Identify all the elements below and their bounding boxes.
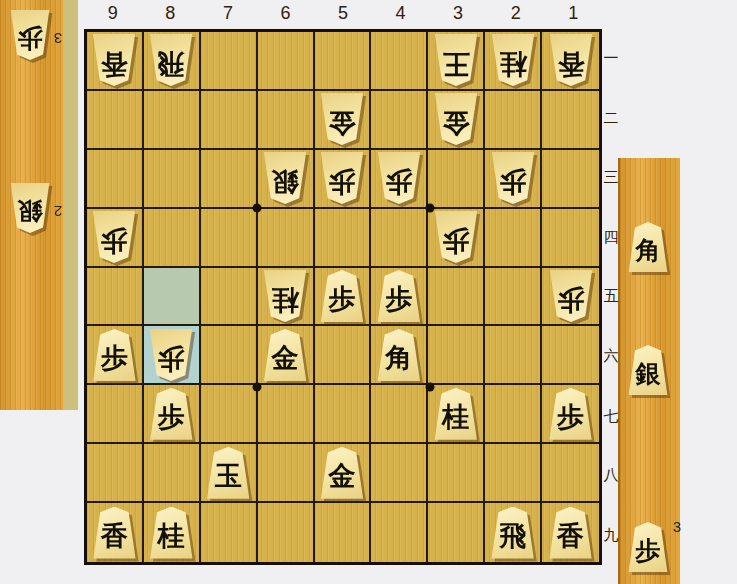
square-1-4[interactable] [542,209,599,268]
square-9-8[interactable] [87,444,144,503]
square-2-8[interactable] [485,444,542,503]
square-2-6[interactable] [485,326,542,385]
file-label-3: 3 [429,3,487,24]
square-4-9[interactable] [371,503,428,562]
piece-sente-桂[interactable]: 桂 [433,388,479,440]
square-1-1[interactable]: 香 [542,32,599,91]
piece-kanji: 銀 [9,183,51,233]
square-3-5[interactable] [428,268,485,327]
piece-kanji: 角 [376,329,422,381]
square-6-1[interactable] [258,32,315,91]
piece-kanji: 歩 [376,152,422,204]
square-5-4[interactable] [315,209,372,268]
piece-kanji: 桂 [148,507,194,559]
square-7-6[interactable] [201,326,258,385]
square-9-9[interactable]: 香 [87,503,144,562]
piece-sente-歩[interactable]: 歩 [376,270,422,322]
rank-label-二: 二 [602,89,620,149]
square-8-9[interactable]: 桂 [144,503,201,562]
square-1-8[interactable] [542,444,599,503]
piece-kanji: 歩 [319,270,365,322]
square-8-8[interactable] [144,444,201,503]
square-4-5[interactable]: 歩 [371,268,428,327]
rank-label-三: 三 [602,148,620,208]
piece-sente-金[interactable]: 金 [319,447,365,499]
square-4-8[interactable] [371,444,428,503]
square-6-9[interactable] [258,503,315,562]
square-1-5[interactable]: 歩 [542,268,599,327]
piece-kanji: 桂 [262,270,308,322]
piece-kanji: 歩 [148,329,194,381]
piece-kanji: 桂 [490,34,536,86]
square-6-4[interactable] [258,209,315,268]
piece-sente-銀[interactable]: 銀 [627,345,669,395]
square-2-5[interactable] [485,268,542,327]
file-label-8: 8 [142,3,200,24]
piece-kanji: 香 [548,507,594,559]
square-9-6[interactable]: 歩 [87,326,144,385]
file-label-7: 7 [199,3,257,24]
piece-gote-桂[interactable]: 桂 [490,34,536,86]
square-1-6[interactable] [542,326,599,385]
square-3-4[interactable]: 歩 [428,209,485,268]
square-2-3[interactable]: 歩 [485,150,542,209]
square-4-6[interactable]: 角 [371,326,428,385]
piece-kanji: 歩 [9,10,51,60]
hand-sente-角[interactable]: 角 [627,222,669,272]
piece-kanji: 歩 [627,522,669,572]
piece-gote-香[interactable]: 香 [548,34,594,86]
board-area: 香飛王桂香金金銀歩歩歩歩歩桂歩歩歩歩歩金角歩桂歩玉金香桂飛香 [84,29,602,565]
piece-sente-歩[interactable]: 歩 [91,329,137,381]
square-2-2[interactable] [485,91,542,150]
square-2-1[interactable]: 桂 [485,32,542,91]
square-7-3[interactable] [201,150,258,209]
square-5-5[interactable]: 歩 [315,268,372,327]
square-2-4[interactable] [485,209,542,268]
piece-gote-桂[interactable]: 桂 [262,270,308,322]
gote-hand: 歩3銀2 [0,0,78,410]
square-7-7[interactable] [201,385,258,444]
piece-kanji: 金 [433,93,479,145]
file-label-9: 9 [84,3,142,24]
piece-gote-銀[interactable]: 銀 [9,183,51,233]
square-5-3[interactable]: 歩 [315,150,372,209]
piece-sente-歩[interactable]: 歩 [627,522,669,572]
piece-sente-飛[interactable]: 飛 [490,507,536,559]
piece-kanji: 銀 [627,345,669,395]
square-9-7[interactable] [87,385,144,444]
file-label-6: 6 [257,3,315,24]
piece-gote-王[interactable]: 王 [433,34,479,86]
square-7-5[interactable] [201,268,258,327]
piece-sente-歩[interactable]: 歩 [148,388,194,440]
square-5-1[interactable] [315,32,372,91]
square-7-8[interactable]: 玉 [201,444,258,503]
square-5-9[interactable] [315,503,372,562]
star-point [253,382,262,391]
hand-gote-歩[interactable]: 歩3 [9,10,51,60]
piece-kanji: 金 [262,329,308,381]
square-4-4[interactable] [371,209,428,268]
square-6-8[interactable] [258,444,315,503]
rank-label-一: 一 [602,29,620,89]
file-label-2: 2 [487,3,545,24]
piece-kanji: 銀 [262,152,308,204]
square-7-1[interactable] [201,32,258,91]
piece-gote-歩[interactable]: 歩 [548,270,594,322]
square-3-2[interactable]: 金 [428,91,485,150]
square-6-3[interactable]: 銀 [258,150,315,209]
piece-gote-歩[interactable]: 歩 [9,10,51,60]
square-4-7[interactable] [371,385,428,444]
square-1-3[interactable] [542,150,599,209]
square-5-2[interactable]: 金 [315,91,372,150]
piece-gote-金[interactable]: 金 [319,93,365,145]
piece-kanji: 角 [627,222,669,272]
hand-sente-銀[interactable]: 銀 [627,345,669,395]
piece-kanji: 歩 [548,388,594,440]
square-4-3[interactable]: 歩 [371,150,428,209]
piece-sente-歩[interactable]: 歩 [319,270,365,322]
piece-kanji: 金 [319,447,365,499]
star-point [425,204,434,213]
square-9-1[interactable]: 香 [87,32,144,91]
square-9-4[interactable]: 歩 [87,209,144,268]
hand-count: 3 [673,518,681,535]
square-9-3[interactable] [87,150,144,209]
square-7-4[interactable] [201,209,258,268]
rank-label-七: 七 [602,386,620,446]
sente-hand: 角銀歩3 [618,158,680,584]
square-6-5[interactable]: 桂 [258,268,315,327]
piece-kanji: 金 [319,93,365,145]
piece-gote-歩[interactable]: 歩 [319,152,365,204]
piece-sente-香[interactable]: 香 [91,507,137,559]
shogi-app: 歩3銀2 角銀歩3 987654321 一二三四五六七八九 香飛王桂香金金銀歩歩… [0,0,737,584]
square-1-2[interactable] [542,91,599,150]
star-point [253,204,262,213]
piece-sente-香[interactable]: 香 [548,507,594,559]
square-8-1[interactable]: 飛 [144,32,201,91]
file-label-1: 1 [544,3,602,24]
square-6-7[interactable] [258,385,315,444]
piece-sente-玉[interactable]: 玉 [205,447,251,499]
piece-gote-金[interactable]: 金 [433,93,479,145]
piece-gote-歩[interactable]: 歩 [148,329,194,381]
rank-label-四: 四 [602,208,620,268]
file-labels: 987654321 [84,3,602,24]
piece-gote-歩[interactable]: 歩 [490,152,536,204]
square-8-5[interactable] [144,268,201,327]
piece-gote-歩[interactable]: 歩 [433,211,479,263]
rank-label-五: 五 [602,267,620,327]
square-9-2[interactable] [87,91,144,150]
piece-sente-角[interactable]: 角 [627,222,669,272]
piece-gote-歩[interactable]: 歩 [376,152,422,204]
piece-gote-飛[interactable]: 飛 [148,34,194,86]
square-2-9[interactable]: 飛 [485,503,542,562]
piece-kanji: 歩 [548,270,594,322]
square-1-9[interactable]: 香 [542,503,599,562]
square-7-2[interactable] [201,91,258,150]
piece-kanji: 歩 [91,329,137,381]
file-label-5: 5 [314,3,372,24]
square-8-4[interactable] [144,209,201,268]
square-3-9[interactable] [428,503,485,562]
square-8-7[interactable]: 歩 [144,385,201,444]
square-3-6[interactable] [428,326,485,385]
hand-gote-銀[interactable]: 銀2 [9,183,51,233]
square-5-8[interactable]: 金 [315,444,372,503]
piece-sente-桂[interactable]: 桂 [148,507,194,559]
rank-labels: 一二三四五六七八九 [602,29,620,565]
piece-kanji: 王 [433,34,479,86]
square-4-1[interactable] [371,32,428,91]
rank-label-六: 六 [602,327,620,387]
square-3-7[interactable]: 桂 [428,385,485,444]
square-5-6[interactable] [315,326,372,385]
square-5-7[interactable] [315,385,372,444]
piece-kanji: 香 [548,34,594,86]
square-8-2[interactable] [144,91,201,150]
piece-kanji: 飛 [490,507,536,559]
square-6-6[interactable]: 金 [258,326,315,385]
piece-kanji: 香 [91,34,137,86]
rank-label-八: 八 [602,446,620,506]
piece-sente-角[interactable]: 角 [376,329,422,381]
file-label-4: 4 [372,3,430,24]
square-9-5[interactable] [87,268,144,327]
piece-kanji: 飛 [148,34,194,86]
piece-gote-銀[interactable]: 銀 [262,152,308,204]
piece-kanji: 歩 [319,152,365,204]
square-2-7[interactable] [485,385,542,444]
piece-gote-歩[interactable]: 歩 [91,211,137,263]
piece-kanji: 桂 [433,388,479,440]
square-3-3[interactable] [428,150,485,209]
hand-count: 2 [54,203,62,220]
square-8-3[interactable] [144,150,201,209]
piece-kanji: 歩 [433,211,479,263]
piece-kanji: 歩 [376,270,422,322]
shogi-board: 香飛王桂香金金銀歩歩歩歩歩桂歩歩歩歩歩金角歩桂歩玉金香桂飛香 [84,29,602,565]
piece-gote-香[interactable]: 香 [91,34,137,86]
piece-kanji: 歩 [490,152,536,204]
piece-kanji: 玉 [205,447,251,499]
square-7-9[interactable] [201,503,258,562]
piece-kanji: 歩 [148,388,194,440]
piece-sente-金[interactable]: 金 [262,329,308,381]
square-6-2[interactable] [258,91,315,150]
square-8-6[interactable]: 歩 [144,326,201,385]
piece-kanji: 歩 [91,211,137,263]
hand-count: 3 [54,30,62,47]
piece-kanji: 香 [91,507,137,559]
square-3-8[interactable] [428,444,485,503]
square-4-2[interactable] [371,91,428,150]
star-point [425,382,434,391]
piece-sente-歩[interactable]: 歩 [548,388,594,440]
square-1-7[interactable]: 歩 [542,385,599,444]
square-3-1[interactable]: 王 [428,32,485,91]
hand-sente-歩[interactable]: 歩3 [627,522,669,572]
rank-label-九: 九 [602,505,620,565]
